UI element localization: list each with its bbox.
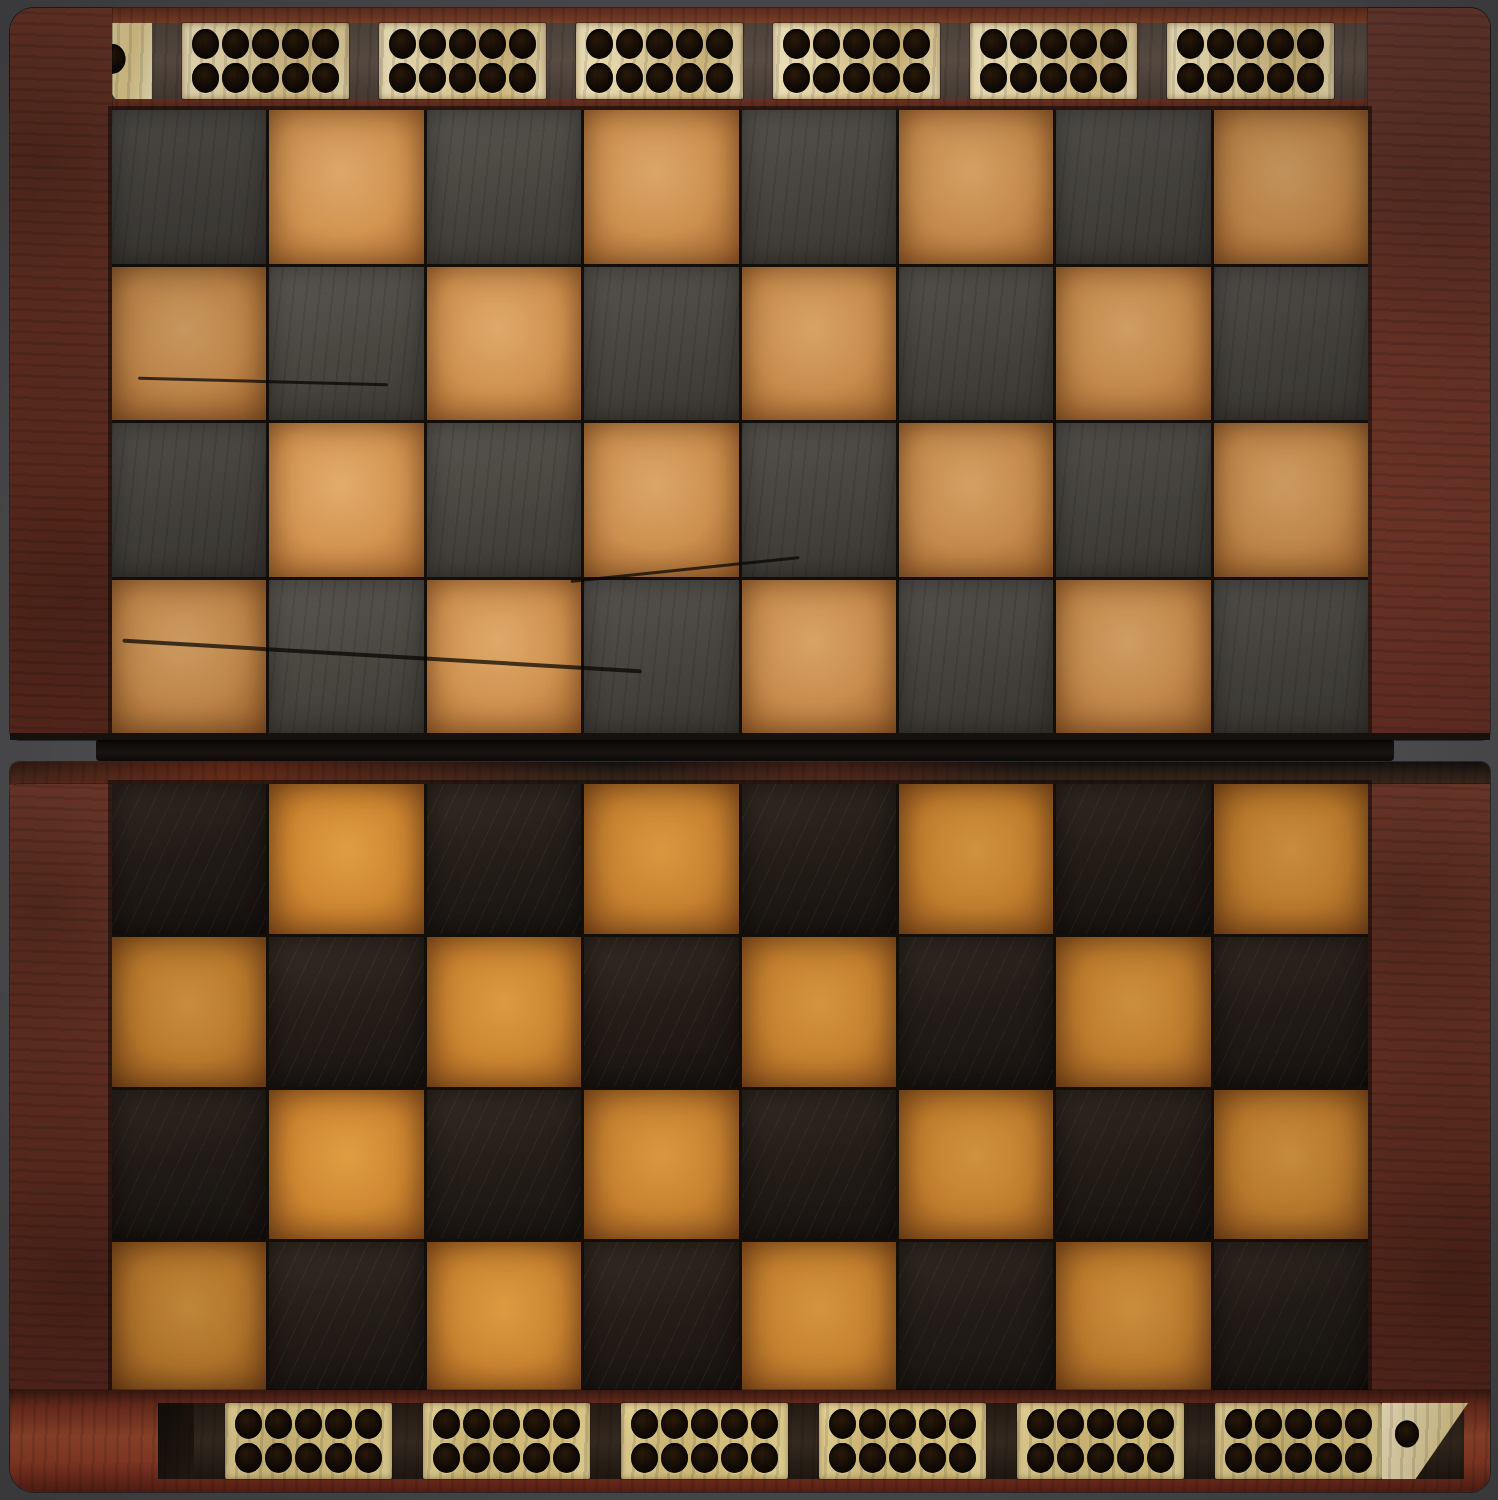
cribbage-peg-hole	[325, 1443, 352, 1473]
cribbage-peg-hole	[1207, 63, 1234, 93]
cribbage-peg-hole	[509, 63, 536, 93]
cribbage-strip-bottom-2	[423, 1403, 590, 1479]
square-e4[interactable]	[742, 784, 896, 934]
board-upper-half	[10, 8, 1490, 740]
cribbage-strip-top-2	[379, 23, 546, 99]
cribbage-peg-hole	[1010, 63, 1037, 93]
cribbage-peg-hole	[1147, 1443, 1174, 1473]
cribbage-peg-hole	[325, 1409, 352, 1439]
square-d3[interactable]	[584, 937, 738, 1087]
square-h3[interactable]	[1214, 937, 1368, 1087]
square-a6[interactable]	[112, 423, 266, 577]
cribbage-strip-bottom-3	[621, 1403, 788, 1479]
cribbage-peg-hole	[252, 63, 279, 93]
cribbage-peg-hole	[873, 63, 900, 93]
cribbage-peg-hole	[1027, 1443, 1054, 1473]
cribbage-peg-hole	[646, 63, 673, 93]
cribbage-peg-hole	[1177, 29, 1204, 59]
cribbage-peg-hole	[919, 1443, 946, 1473]
cribbage-peg-hole	[192, 29, 219, 59]
cribbage-peg-hole	[843, 29, 870, 59]
cribbage-peg-hole	[523, 1409, 550, 1439]
cribbage-peg-hole	[1255, 1409, 1282, 1439]
cribbage-peg-hole	[1057, 1409, 1084, 1439]
hinge-edge-lower	[10, 762, 1490, 784]
square-c4[interactable]	[427, 784, 581, 934]
square-b1[interactable]	[269, 1242, 423, 1392]
square-h4[interactable]	[1214, 784, 1368, 934]
cribbage-peg-hole	[873, 29, 900, 59]
square-a3[interactable]	[112, 937, 266, 1087]
square-a5[interactable]	[112, 580, 266, 734]
cribbage-strip-top-4	[773, 23, 940, 99]
cribbage-peg-hole	[553, 1443, 580, 1473]
square-e2[interactable]	[742, 1090, 896, 1240]
square-f3[interactable]	[899, 937, 1053, 1087]
square-c8[interactable]	[427, 110, 581, 264]
cribbage-peg-hole	[646, 29, 673, 59]
square-f2[interactable]	[899, 1090, 1053, 1240]
cribbage-peg-hole	[949, 1443, 976, 1473]
cribbage-corner-bone-bottom-right	[1382, 1403, 1468, 1479]
square-f6[interactable]	[899, 423, 1053, 577]
cribbage-peg-hole	[463, 1409, 490, 1439]
cribbage-peg-hole	[676, 63, 703, 93]
cribbage-peg-hole	[312, 63, 339, 93]
cribbage-peg-hole	[222, 63, 249, 93]
square-b3[interactable]	[269, 937, 423, 1087]
checkerboard-upper	[112, 110, 1368, 733]
square-f5[interactable]	[899, 580, 1053, 734]
cribbage-peg-hole	[616, 63, 643, 93]
cribbage-peg-hole	[1237, 63, 1264, 93]
square-d5[interactable]	[584, 580, 738, 734]
cribbage-peg-hole	[829, 1409, 856, 1439]
cribbage-peg-hole	[706, 29, 733, 59]
square-a4[interactable]	[112, 784, 266, 934]
square-f4[interactable]	[899, 784, 1053, 934]
cribbage-peg-hole	[1040, 29, 1067, 59]
square-c2[interactable]	[427, 1090, 581, 1240]
cribbage-peg-hole	[1315, 1443, 1342, 1473]
square-b2[interactable]	[269, 1090, 423, 1240]
square-a7[interactable]	[112, 267, 266, 421]
photo-background	[0, 0, 1498, 1500]
cribbage-peg-hole	[903, 63, 930, 93]
cribbage-strip-bottom-5	[1017, 1403, 1184, 1479]
square-h7[interactable]	[1214, 267, 1368, 421]
cribbage-peg-hole	[493, 1443, 520, 1473]
cribbage-peg-hole	[1267, 63, 1294, 93]
square-h1[interactable]	[1214, 1242, 1368, 1392]
cribbage-peg-hole	[980, 63, 1007, 93]
cribbage-peg-hole	[889, 1443, 916, 1473]
cribbage-peg-hole	[751, 1443, 778, 1473]
cribbage-peg-hole	[433, 1409, 460, 1439]
square-d4[interactable]	[584, 784, 738, 934]
square-e5[interactable]	[742, 580, 896, 734]
cribbage-peg-hole	[616, 29, 643, 59]
cribbage-band-bottom	[158, 1403, 1464, 1479]
cribbage-peg-hole	[295, 1443, 322, 1473]
square-d1[interactable]	[584, 1242, 738, 1392]
cribbage-peg-hole	[859, 1409, 886, 1439]
cribbage-peg-hole	[282, 29, 309, 59]
cribbage-peg-hole	[1297, 29, 1324, 59]
cribbage-strip-bottom-1	[225, 1403, 392, 1479]
cribbage-strip-bottom-4	[819, 1403, 986, 1479]
cribbage-rail-bottom	[10, 1390, 1490, 1492]
cribbage-peg-hole	[829, 1443, 856, 1473]
cribbage-peg-hole	[721, 1443, 748, 1473]
cribbage-peg-hole	[661, 1409, 688, 1439]
square-g1[interactable]	[1056, 1242, 1210, 1392]
cribbage-peg-hole	[1010, 29, 1037, 59]
cribbage-peg-hole	[1027, 1409, 1054, 1439]
cribbage-peg-hole	[661, 1443, 688, 1473]
square-h8[interactable]	[1214, 110, 1368, 264]
cribbage-peg-hole	[586, 63, 613, 93]
cribbage-peg-hole	[1285, 1409, 1312, 1439]
cribbage-peg-hole	[1117, 1409, 1144, 1439]
cribbage-peg-hole	[1225, 1443, 1252, 1473]
cribbage-peg-hole	[222, 29, 249, 59]
cribbage-peg-hole	[479, 63, 506, 93]
cribbage-peg-hole	[1057, 1443, 1084, 1473]
cribbage-peg-hole	[691, 1443, 718, 1473]
square-c1[interactable]	[427, 1242, 581, 1392]
cribbage-peg-hole	[1087, 1443, 1114, 1473]
cribbage-peg-hole	[813, 29, 840, 59]
cribbage-peg-hole	[783, 29, 810, 59]
square-c3[interactable]	[427, 937, 581, 1087]
square-f7[interactable]	[899, 267, 1053, 421]
cribbage-peg-hole	[355, 1409, 382, 1439]
cribbage-strip-top-5	[970, 23, 1137, 99]
cribbage-peg-hole	[919, 1409, 946, 1439]
cribbage-peg-hole	[1100, 29, 1127, 59]
square-g2[interactable]	[1056, 1090, 1210, 1240]
cribbage-peg-hole	[1297, 63, 1324, 93]
square-h2[interactable]	[1214, 1090, 1368, 1240]
board-lower-half	[10, 762, 1490, 1492]
square-g8[interactable]	[1056, 110, 1210, 264]
square-e6[interactable]	[742, 423, 896, 577]
cribbage-strip-top-3	[576, 23, 743, 99]
cribbage-peg-hole	[355, 1443, 382, 1473]
cribbage-peg-hole	[295, 1409, 322, 1439]
square-a8[interactable]	[112, 110, 266, 264]
cribbage-peg-hole	[676, 29, 703, 59]
cribbage-peg-hole	[1070, 29, 1097, 59]
square-b8[interactable]	[269, 110, 423, 264]
square-c7[interactable]	[427, 267, 581, 421]
square-d6[interactable]	[584, 423, 738, 577]
hinge-edge-upper	[10, 733, 1490, 740]
square-e7[interactable]	[742, 267, 896, 421]
square-f8[interactable]	[899, 110, 1053, 264]
cribbage-peg-hole	[859, 1443, 886, 1473]
cribbage-peg-hole	[449, 29, 476, 59]
cribbage-peg-hole	[631, 1443, 658, 1473]
cribbage-rail-top	[10, 8, 1490, 110]
square-d2[interactable]	[584, 1090, 738, 1240]
cribbage-peg-hole	[586, 29, 613, 59]
cribbage-strip-top-1	[182, 23, 349, 99]
cribbage-strip-top-6	[1167, 23, 1334, 99]
square-f1[interactable]	[899, 1242, 1053, 1392]
square-h6[interactable]	[1214, 423, 1368, 577]
cribbage-peg-hole	[433, 1443, 460, 1473]
cribbage-peg-hole	[1070, 63, 1097, 93]
cribbage-peg-hole	[479, 29, 506, 59]
cribbage-peg-hole	[312, 29, 339, 59]
cribbage-peg-hole	[389, 63, 416, 93]
cribbage-peg-hole	[252, 29, 279, 59]
cribbage-peg-hole	[1285, 1443, 1312, 1473]
square-b6[interactable]	[269, 423, 423, 577]
cribbage-peg-hole	[509, 29, 536, 59]
cribbage-peg-hole	[553, 1409, 580, 1439]
square-b7[interactable]	[269, 267, 423, 421]
square-g5[interactable]	[1056, 580, 1210, 734]
square-a2[interactable]	[112, 1090, 266, 1240]
frame-rail-right-upper	[1368, 8, 1490, 740]
cribbage-peg-hole	[889, 1409, 916, 1439]
square-g3[interactable]	[1056, 937, 1210, 1087]
cribbage-peg-hole	[265, 1409, 292, 1439]
cribbage-peg-hole	[1315, 1409, 1342, 1439]
square-b4[interactable]	[269, 784, 423, 934]
cribbage-peg-hole	[1345, 1443, 1372, 1473]
cribbage-peg-hole	[389, 29, 416, 59]
cribbage-peg-hole	[721, 1409, 748, 1439]
cribbage-peg-hole	[813, 63, 840, 93]
cribbage-peg-hole	[1087, 1409, 1114, 1439]
square-c5[interactable]	[427, 580, 581, 734]
hinge-shadow	[96, 739, 1394, 761]
cribbage-peg-hole	[449, 63, 476, 93]
cribbage-peg-hole	[706, 63, 733, 93]
square-a1[interactable]	[112, 1242, 266, 1392]
cribbage-peg-hole	[493, 1409, 520, 1439]
square-d7[interactable]	[584, 267, 738, 421]
cribbage-peg-hole	[265, 1443, 292, 1473]
cribbage-peg-hole	[463, 1443, 490, 1473]
square-g6[interactable]	[1056, 423, 1210, 577]
square-h5[interactable]	[1214, 580, 1368, 734]
square-c6[interactable]	[427, 423, 581, 577]
cribbage-peg-hole	[1395, 1421, 1419, 1448]
cribbage-peg-hole	[1207, 29, 1234, 59]
cribbage-peg-hole	[282, 63, 309, 93]
cribbage-peg-hole	[235, 1443, 262, 1473]
cribbage-peg-hole	[1345, 1409, 1372, 1439]
cribbage-strip-bottom-6	[1215, 1403, 1382, 1479]
frame-rail-left-upper	[10, 8, 112, 740]
cribbage-band-top	[34, 23, 1378, 99]
cribbage-peg-hole	[903, 29, 930, 59]
cribbage-peg-hole	[691, 1409, 718, 1439]
square-b5[interactable]	[269, 580, 423, 734]
cribbage-peg-hole	[1237, 29, 1264, 59]
cribbage-peg-hole	[1225, 1409, 1252, 1439]
checkerboard-lower	[112, 784, 1368, 1392]
cribbage-peg-hole	[843, 63, 870, 93]
cribbage-peg-hole	[1100, 63, 1127, 93]
cribbage-peg-hole	[783, 63, 810, 93]
cribbage-peg-hole	[419, 29, 446, 59]
square-g4[interactable]	[1056, 784, 1210, 934]
cribbage-peg-hole	[1177, 63, 1204, 93]
cribbage-peg-hole	[1040, 63, 1067, 93]
cribbage-peg-hole	[1267, 29, 1294, 59]
square-e3[interactable]	[742, 937, 896, 1087]
cribbage-peg-hole	[980, 29, 1007, 59]
square-e1[interactable]	[742, 1242, 896, 1392]
frame-rail-right-lower	[1368, 784, 1490, 1392]
cribbage-peg-hole	[192, 63, 219, 93]
square-g7[interactable]	[1056, 267, 1210, 421]
band-end-spacer	[158, 1403, 194, 1479]
cribbage-peg-hole	[523, 1443, 550, 1473]
cribbage-peg-hole	[1117, 1443, 1144, 1473]
cribbage-peg-hole	[419, 63, 446, 93]
hinge-gap	[10, 737, 1490, 763]
cribbage-peg-hole	[235, 1409, 262, 1439]
cribbage-peg-hole	[1147, 1409, 1174, 1439]
cribbage-peg-hole	[751, 1409, 778, 1439]
cribbage-peg-hole	[949, 1409, 976, 1439]
square-d8[interactable]	[584, 110, 738, 264]
frame-rail-left-lower	[10, 784, 112, 1392]
cribbage-peg-hole	[1255, 1443, 1282, 1473]
square-e8[interactable]	[742, 110, 896, 264]
cribbage-peg-hole	[631, 1409, 658, 1439]
